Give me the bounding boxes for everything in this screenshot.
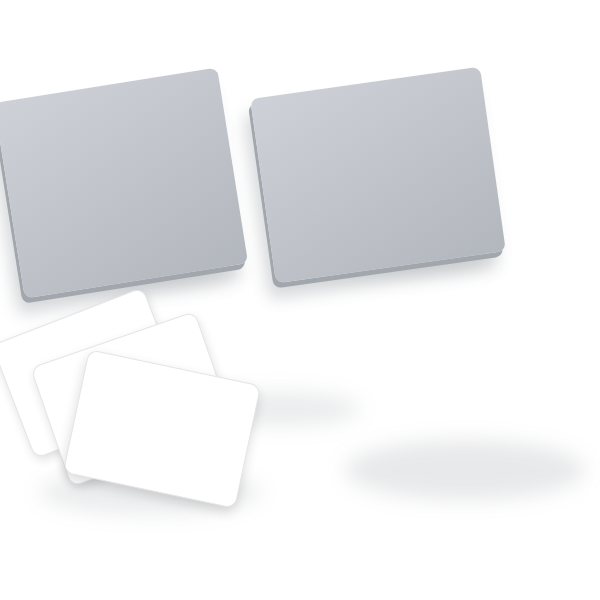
stencil-board-left-grid <box>8 81 235 284</box>
blocks-shadow <box>345 440 585 500</box>
stencil-board-right-grid <box>264 80 493 269</box>
stencil-board-left <box>0 68 248 299</box>
product-photo-shape-matching-game <box>0 0 600 600</box>
stencil-board-right <box>250 67 506 283</box>
